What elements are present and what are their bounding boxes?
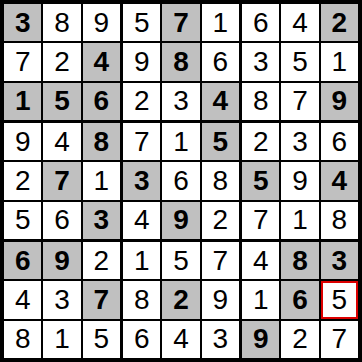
cell-r3c9[interactable]: 9 xyxy=(321,83,358,120)
cell-r4c1[interactable]: 9 xyxy=(4,123,41,160)
cell-r9c7[interactable]: 9 xyxy=(242,321,279,358)
cell-r2c2[interactable]: 2 xyxy=(43,43,80,80)
cell-r8c1[interactable]: 4 xyxy=(4,281,41,318)
cell-r3c7[interactable]: 8 xyxy=(242,83,279,120)
cell-r1c1[interactable]: 3 xyxy=(4,4,41,41)
cell-r7c1[interactable]: 6 xyxy=(4,242,41,279)
box-3-3: 483165927 xyxy=(242,242,358,358)
cell-r5c7[interactable]: 5 xyxy=(242,162,279,199)
cell-r3c5[interactable]: 3 xyxy=(162,83,199,120)
cell-r6c7[interactable]: 7 xyxy=(242,202,279,239)
cell-r2c1[interactable]: 7 xyxy=(4,43,41,80)
cell-r7c6[interactable]: 7 xyxy=(202,242,239,279)
cell-r6c6[interactable]: 2 xyxy=(202,202,239,239)
cell-r2c3[interactable]: 4 xyxy=(83,43,120,80)
cell-r5c6[interactable]: 8 xyxy=(202,162,239,199)
cell-r6c1[interactable]: 5 xyxy=(4,202,41,239)
cell-r1c4[interactable]: 5 xyxy=(123,4,160,41)
cell-r2c7[interactable]: 3 xyxy=(242,43,279,80)
cell-r9c2[interactable]: 1 xyxy=(43,321,80,358)
cell-r2c4[interactable]: 9 xyxy=(123,43,160,80)
cell-r5c9[interactable]: 4 xyxy=(321,162,358,199)
cell-r7c4[interactable]: 1 xyxy=(123,242,160,279)
cell-r7c7[interactable]: 4 xyxy=(242,242,279,279)
cell-r3c1[interactable]: 1 xyxy=(4,83,41,120)
cell-r5c4[interactable]: 3 xyxy=(123,162,160,199)
cell-r3c6[interactable]: 4 xyxy=(202,83,239,120)
cell-r1c6[interactable]: 1 xyxy=(202,4,239,41)
cell-r2c5[interactable]: 8 xyxy=(162,43,199,80)
cell-r1c2[interactable]: 8 xyxy=(43,4,80,41)
cell-r5c3[interactable]: 1 xyxy=(83,162,120,199)
cell-r5c5[interactable]: 6 xyxy=(162,162,199,199)
cell-r6c2[interactable]: 6 xyxy=(43,202,80,239)
cell-r1c8[interactable]: 4 xyxy=(281,4,318,41)
sudoku-board: 3897241565719862346423518799482715637153… xyxy=(0,0,362,362)
cell-r8c4[interactable]: 8 xyxy=(123,281,160,318)
cell-r2c8[interactable]: 5 xyxy=(281,43,318,80)
cell-r8c2[interactable]: 3 xyxy=(43,281,80,318)
cell-r5c1[interactable]: 2 xyxy=(4,162,41,199)
cell-r3c2[interactable]: 5 xyxy=(43,83,80,120)
cell-r8c6[interactable]: 9 xyxy=(202,281,239,318)
cell-r9c3[interactable]: 5 xyxy=(83,321,120,358)
cell-r6c3[interactable]: 3 xyxy=(83,202,120,239)
cell-r7c3[interactable]: 2 xyxy=(83,242,120,279)
cell-r7c9[interactable]: 3 xyxy=(321,242,358,279)
box-2-2: 715368492 xyxy=(123,123,239,239)
cell-r8c7[interactable]: 1 xyxy=(242,281,279,318)
cell-r4c2[interactable]: 4 xyxy=(43,123,80,160)
box-2-1: 948271563 xyxy=(4,123,120,239)
cell-r7c5[interactable]: 5 xyxy=(162,242,199,279)
cell-r6c4[interactable]: 4 xyxy=(123,202,160,239)
cell-r9c6[interactable]: 3 xyxy=(202,321,239,358)
cell-r1c9[interactable]: 2 xyxy=(321,4,358,41)
cell-r8c9[interactable]: 5 xyxy=(321,281,358,318)
box-1-1: 389724156 xyxy=(4,4,120,120)
cell-r1c5[interactable]: 7 xyxy=(162,4,199,41)
box-2-3: 236594718 xyxy=(242,123,358,239)
cell-r4c9[interactable]: 6 xyxy=(321,123,358,160)
cell-r9c8[interactable]: 2 xyxy=(281,321,318,358)
cell-r9c1[interactable]: 8 xyxy=(4,321,41,358)
cell-r9c9[interactable]: 7 xyxy=(321,321,358,358)
cell-r1c3[interactable]: 9 xyxy=(83,4,120,41)
cell-r4c8[interactable]: 3 xyxy=(281,123,318,160)
cell-r5c8[interactable]: 9 xyxy=(281,162,318,199)
cell-r8c8[interactable]: 6 xyxy=(281,281,318,318)
cell-r8c3[interactable]: 7 xyxy=(83,281,120,318)
cell-r1c7[interactable]: 6 xyxy=(242,4,279,41)
cell-r2c6[interactable]: 6 xyxy=(202,43,239,80)
cell-r3c4[interactable]: 2 xyxy=(123,83,160,120)
box-3-2: 157829643 xyxy=(123,242,239,358)
cell-r2c9[interactable]: 1 xyxy=(321,43,358,80)
cell-r5c2[interactable]: 7 xyxy=(43,162,80,199)
cell-r9c5[interactable]: 4 xyxy=(162,321,199,358)
cell-r6c8[interactable]: 1 xyxy=(281,202,318,239)
cell-r8c5[interactable]: 2 xyxy=(162,281,199,318)
cell-r4c6[interactable]: 5 xyxy=(202,123,239,160)
box-1-2: 571986234 xyxy=(123,4,239,120)
cell-r7c2[interactable]: 9 xyxy=(43,242,80,279)
cell-r4c3[interactable]: 8 xyxy=(83,123,120,160)
box-3-1: 692437815 xyxy=(4,242,120,358)
cell-r3c8[interactable]: 7 xyxy=(281,83,318,120)
cell-r6c5[interactable]: 9 xyxy=(162,202,199,239)
cell-r7c8[interactable]: 8 xyxy=(281,242,318,279)
cell-r3c3[interactable]: 6 xyxy=(83,83,120,120)
cell-r4c4[interactable]: 7 xyxy=(123,123,160,160)
cell-r9c4[interactable]: 6 xyxy=(123,321,160,358)
cell-r4c5[interactable]: 1 xyxy=(162,123,199,160)
cell-r4c7[interactable]: 2 xyxy=(242,123,279,160)
box-1-3: 642351879 xyxy=(242,4,358,120)
cell-r6c9[interactable]: 8 xyxy=(321,202,358,239)
